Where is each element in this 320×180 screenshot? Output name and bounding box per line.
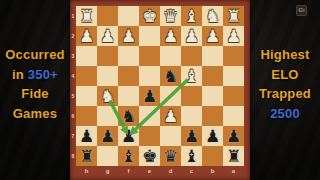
left-caption-line-1: Occurred: [0, 45, 70, 65]
channel-badge: Gi: [296, 5, 307, 16]
square-e8: ♚: [139, 146, 160, 166]
square-c1: ♝: [181, 6, 202, 26]
square-g7: ♟: [97, 126, 118, 146]
square-a4: [223, 66, 244, 86]
right-caption: Highest ELO Trapped 2500: [250, 45, 320, 123]
square-a6: [223, 106, 244, 126]
square-h2: ♟: [76, 26, 97, 46]
white-piece-g5: ♞: [97, 86, 118, 106]
white-piece-b2: ♟: [202, 26, 223, 46]
white-piece-b1: ♞: [202, 6, 223, 26]
chess-board: 12345678 ♜♚♛♝♞♜♟♟♟♟♟♟♟♞♝♞♟♞♟♟♟♟♟♟♟♜♝♚♛♝♜…: [70, 0, 250, 180]
square-d4: ♞: [160, 66, 181, 86]
right-caption-elo-number: 2500: [270, 106, 300, 121]
square-e5: ♟: [139, 86, 160, 106]
square-e1: ♚: [139, 6, 160, 26]
left-caption: Occurred in 350+ Fide Games: [0, 45, 70, 123]
white-piece-d2: ♟: [160, 26, 181, 46]
video-frame: Occurred in 350+ Fide Games 12345678 ♜♚♛…: [0, 0, 320, 180]
square-h6: [76, 106, 97, 126]
file-label-d: d: [160, 167, 181, 180]
square-b1: ♞: [202, 6, 223, 26]
square-b8: [202, 146, 223, 166]
square-d6: ♟: [160, 106, 181, 126]
left-caption-line-4: Games: [0, 104, 70, 124]
square-c3: [181, 46, 202, 66]
square-h4: [76, 66, 97, 86]
white-piece-d6: ♟: [160, 106, 181, 126]
square-g6: [97, 106, 118, 126]
white-piece-d1: ♛: [160, 6, 181, 26]
black-piece-a7: ♟: [223, 126, 244, 146]
square-e6: [139, 106, 160, 126]
square-f2: ♟: [118, 26, 139, 46]
file-label-b: b: [202, 167, 223, 180]
square-h5: [76, 86, 97, 106]
square-g4: [97, 66, 118, 86]
black-piece-f8: ♝: [118, 146, 139, 166]
left-caption-text-in: in: [12, 67, 24, 82]
file-label-c: c: [181, 167, 202, 180]
right-caption-line-2: ELO: [250, 65, 320, 85]
right-caption-text-elo: ELO: [271, 67, 298, 82]
black-piece-f6: ♞: [118, 106, 139, 126]
square-f5: [118, 86, 139, 106]
white-piece-f2: ♟: [118, 26, 139, 46]
square-f3: [118, 46, 139, 66]
square-f4: [118, 66, 139, 86]
right-caption-line-1: Highest: [250, 45, 320, 65]
square-a2: ♟: [223, 26, 244, 46]
black-piece-e5: ♟: [139, 86, 160, 106]
square-b3: [202, 46, 223, 66]
square-f8: ♝: [118, 146, 139, 166]
black-piece-c8: ♝: [181, 146, 202, 166]
square-a8: ♜: [223, 146, 244, 166]
square-h1: ♜: [76, 6, 97, 26]
square-f6: ♞: [118, 106, 139, 126]
white-piece-g2: ♟: [97, 26, 118, 46]
black-piece-b7: ♟: [202, 126, 223, 146]
left-caption-text-occurred: Occurred: [5, 47, 64, 62]
file-label-h: h: [76, 167, 97, 180]
black-piece-h8: ♜: [76, 146, 97, 166]
square-h7: ♟: [76, 126, 97, 146]
square-c5: [181, 86, 202, 106]
square-g5: ♞: [97, 86, 118, 106]
square-h8: ♜: [76, 146, 97, 166]
square-d7: [160, 126, 181, 146]
square-g1: [97, 6, 118, 26]
square-d2: ♟: [160, 26, 181, 46]
board-grid: ♜♚♛♝♞♜♟♟♟♟♟♟♟♞♝♞♟♞♟♟♟♟♟♟♟♜♝♚♛♝♜: [76, 6, 244, 166]
square-g8: [97, 146, 118, 166]
square-f7: ♟: [118, 126, 139, 146]
square-a3: [223, 46, 244, 66]
square-c4: ♝: [181, 66, 202, 86]
square-e4: [139, 66, 160, 86]
square-b4: [202, 66, 223, 86]
white-piece-h1: ♜: [76, 6, 97, 26]
right-caption-text-highest: Highest: [260, 47, 309, 62]
square-c6: [181, 106, 202, 126]
square-d8: ♛: [160, 146, 181, 166]
square-d1: ♛: [160, 6, 181, 26]
black-piece-g7: ♟: [97, 126, 118, 146]
square-d3: [160, 46, 181, 66]
right-caption-text-trapped: Trapped: [259, 86, 311, 101]
square-e3: [139, 46, 160, 66]
file-label-e: e: [139, 167, 160, 180]
black-piece-d4: ♞: [160, 66, 181, 86]
file-labels: hgfedcba: [76, 167, 244, 180]
white-piece-h2: ♟: [76, 26, 97, 46]
black-piece-e8: ♚: [139, 146, 160, 166]
white-piece-a2: ♟: [223, 26, 244, 46]
square-e2: [139, 26, 160, 46]
white-piece-c4: ♝: [181, 66, 202, 86]
black-piece-f7: ♟: [118, 126, 139, 146]
square-a7: ♟: [223, 126, 244, 146]
square-h3: [76, 46, 97, 66]
square-c7: ♟: [181, 126, 202, 146]
square-b5: [202, 86, 223, 106]
black-piece-h7: ♟: [76, 126, 97, 146]
square-a1: ♜: [223, 6, 244, 26]
square-b6: [202, 106, 223, 126]
white-piece-c2: ♟: [181, 26, 202, 46]
square-b7: ♟: [202, 126, 223, 146]
left-caption-text-fide: Fide: [21, 86, 49, 101]
square-c8: ♝: [181, 146, 202, 166]
file-label-f: f: [118, 167, 139, 180]
square-d5: [160, 86, 181, 106]
black-piece-d8: ♛: [160, 146, 181, 166]
square-e7: [139, 126, 160, 146]
white-piece-c1: ♝: [181, 6, 202, 26]
black-piece-c7: ♟: [181, 126, 202, 146]
right-caption-line-3: Trapped: [250, 84, 320, 104]
square-g2: ♟: [97, 26, 118, 46]
left-caption-line-2: in 350+: [0, 65, 70, 85]
square-c2: ♟: [181, 26, 202, 46]
square-a5: [223, 86, 244, 106]
left-caption-text-games: Games: [13, 106, 57, 121]
square-b2: ♟: [202, 26, 223, 46]
white-piece-a1: ♜: [223, 6, 244, 26]
left-caption-line-3: Fide: [0, 84, 70, 104]
file-label-g: g: [97, 167, 118, 180]
left-caption-games-count: 350+: [28, 67, 58, 82]
white-piece-e1: ♚: [139, 6, 160, 26]
black-piece-a8: ♜: [223, 146, 244, 166]
file-label-a: a: [223, 167, 244, 180]
square-g3: [97, 46, 118, 66]
right-caption-line-4: 2500: [250, 104, 320, 124]
square-f1: [118, 6, 139, 26]
